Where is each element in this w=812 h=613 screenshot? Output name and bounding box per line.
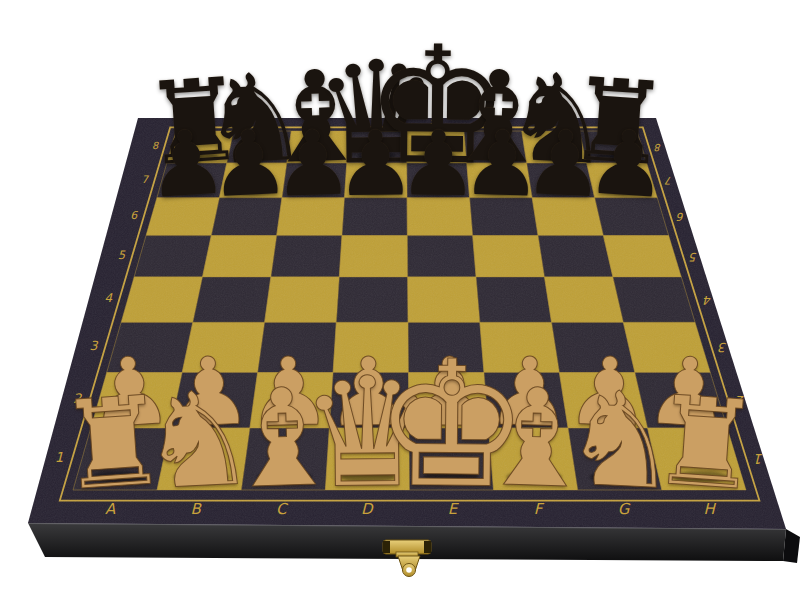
rank-label-left-1: 1 xyxy=(55,449,64,465)
chess-board: 8877665544332211AABBCCDDEEFFGGHH xyxy=(0,0,812,613)
rank-label-right-3: 3 xyxy=(718,340,727,355)
file-label-bottom-A: A xyxy=(105,500,116,518)
rank-label-right-1: 1 xyxy=(755,451,764,467)
chess-set-photo: 8877665544332211AABBCCDDEEFFGGHH ♜♞♝♛♚♝♞… xyxy=(0,0,812,613)
rank-label-left-8: 8 xyxy=(152,140,159,151)
rank-label-left-4: 4 xyxy=(104,291,112,305)
file-label-bottom-G: G xyxy=(618,500,631,518)
rank-label-right-5: 5 xyxy=(689,250,697,264)
rank-label-left-6: 6 xyxy=(130,209,138,222)
file-label-top-H: H xyxy=(601,115,609,126)
file-label-bottom-B: B xyxy=(191,500,203,518)
file-label-bottom-H: H xyxy=(704,500,717,518)
rank-label-right-6: 6 xyxy=(676,210,684,223)
file-label-top-A: A xyxy=(204,115,211,126)
box-right-face xyxy=(783,529,800,563)
rank-label-right-8: 8 xyxy=(654,142,661,153)
rank-label-right-4: 4 xyxy=(704,293,712,307)
file-label-bottom-D: D xyxy=(361,500,374,518)
rank-label-left-5: 5 xyxy=(118,248,126,262)
rank-label-left-3: 3 xyxy=(89,338,98,353)
